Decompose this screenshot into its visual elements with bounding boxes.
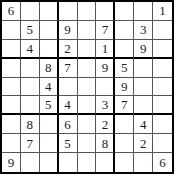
sudoku-cell-r3c7[interactable] [115,40,134,59]
sudoku-cell-r9c2[interactable] [21,153,40,172]
sudoku-cell-r5c8[interactable] [134,78,153,97]
sudoku-cell-r7c6[interactable]: 2 [96,115,115,134]
sudoku-cell-r8c3[interactable] [40,134,59,153]
sudoku-cell-r8c7[interactable] [115,134,134,153]
sudoku-cell-r4c1[interactable] [2,59,21,78]
sudoku-cell-r6c3[interactable]: 5 [40,96,59,115]
sudoku-cell-r1c6[interactable] [96,2,115,21]
sudoku-cell-r2c6[interactable]: 7 [96,21,115,40]
sudoku-cell-r6c1[interactable] [2,96,21,115]
sudoku-cell-r1c5[interactable] [78,2,97,21]
sudoku-cell-r3c5[interactable] [78,40,97,59]
sudoku-cell-r2c5[interactable] [78,21,97,40]
sudoku-cell-r4c6[interactable]: 9 [96,59,115,78]
sudoku-cell-r5c3[interactable]: 4 [40,78,59,97]
sudoku-cell-r6c4[interactable]: 4 [59,96,78,115]
sudoku-cell-r5c6[interactable] [96,78,115,97]
sudoku-cell-r3c8[interactable]: 9 [134,40,153,59]
sudoku-cell-r7c7[interactable] [115,115,134,134]
sudoku-cell-r4c5[interactable] [78,59,97,78]
sudoku-cell-r1c7[interactable] [115,2,134,21]
sudoku-cell-r8c4[interactable]: 5 [59,134,78,153]
sudoku-cell-r6c2[interactable] [21,96,40,115]
sudoku-page: 615973421987954954378624758296 [0,0,180,180]
sudoku-cell-r3c6[interactable]: 1 [96,40,115,59]
sudoku-cell-r5c1[interactable] [2,78,21,97]
sudoku-cell-r8c6[interactable]: 8 [96,134,115,153]
sudoku-cell-r5c5[interactable] [78,78,97,97]
sudoku-cell-r4c3[interactable]: 8 [40,59,59,78]
sudoku-cell-r7c4[interactable]: 6 [59,115,78,134]
sudoku-cell-r2c4[interactable]: 9 [59,21,78,40]
sudoku-cell-r3c9[interactable] [153,40,172,59]
sudoku-cell-r3c1[interactable] [2,40,21,59]
sudoku-cell-r3c3[interactable] [40,40,59,59]
sudoku-cell-r9c1[interactable]: 9 [2,153,21,172]
sudoku-board: 615973421987954954378624758296 [0,0,174,174]
sudoku-cell-r7c8[interactable]: 4 [134,115,153,134]
sudoku-cell-r1c4[interactable] [59,2,78,21]
sudoku-cell-r2c2[interactable]: 5 [21,21,40,40]
sudoku-cell-r1c2[interactable] [21,2,40,21]
sudoku-cell-r2c9[interactable] [153,21,172,40]
sudoku-cell-r6c7[interactable]: 7 [115,96,134,115]
sudoku-cell-r8c2[interactable]: 7 [21,134,40,153]
sudoku-cell-r4c2[interactable] [21,59,40,78]
sudoku-cell-r7c5[interactable] [78,115,97,134]
sudoku-cell-r2c8[interactable]: 3 [134,21,153,40]
sudoku-cell-r4c7[interactable]: 5 [115,59,134,78]
sudoku-cell-r2c1[interactable] [2,21,21,40]
sudoku-cell-r3c2[interactable]: 4 [21,40,40,59]
sudoku-cell-r5c9[interactable] [153,78,172,97]
sudoku-cell-r4c4[interactable]: 7 [59,59,78,78]
sudoku-cell-r9c3[interactable] [40,153,59,172]
sudoku-cell-r3c4[interactable]: 2 [59,40,78,59]
sudoku-cell-r9c8[interactable] [134,153,153,172]
sudoku-cell-r8c1[interactable] [2,134,21,153]
sudoku-cell-r7c3[interactable] [40,115,59,134]
sudoku-cell-r8c8[interactable]: 2 [134,134,153,153]
sudoku-cell-r7c1[interactable] [2,115,21,134]
sudoku-cell-r4c8[interactable] [134,59,153,78]
sudoku-cell-r9c6[interactable] [96,153,115,172]
sudoku-cell-r9c5[interactable] [78,153,97,172]
sudoku-cell-r6c5[interactable] [78,96,97,115]
sudoku-cell-r1c9[interactable]: 1 [153,2,172,21]
sudoku-cell-r1c3[interactable] [40,2,59,21]
sudoku-cell-r7c9[interactable] [153,115,172,134]
sudoku-cell-r7c2[interactable]: 8 [21,115,40,134]
sudoku-cell-r5c4[interactable] [59,78,78,97]
sudoku-cell-r1c8[interactable] [134,2,153,21]
sudoku-cell-r8c5[interactable] [78,134,97,153]
sudoku-cell-r5c7[interactable]: 9 [115,78,134,97]
sudoku-cell-r5c2[interactable] [21,78,40,97]
sudoku-cell-r9c7[interactable] [115,153,134,172]
sudoku-cell-r6c8[interactable] [134,96,153,115]
sudoku-cell-r6c9[interactable] [153,96,172,115]
sudoku-cell-r9c4[interactable] [59,153,78,172]
sudoku-cell-r6c6[interactable]: 3 [96,96,115,115]
sudoku-cell-r4c9[interactable] [153,59,172,78]
sudoku-cell-r2c3[interactable] [40,21,59,40]
sudoku-cell-r9c9[interactable]: 6 [153,153,172,172]
sudoku-cell-r1c1[interactable]: 6 [2,2,21,21]
sudoku-cell-r8c9[interactable] [153,134,172,153]
sudoku-cell-r2c7[interactable] [115,21,134,40]
